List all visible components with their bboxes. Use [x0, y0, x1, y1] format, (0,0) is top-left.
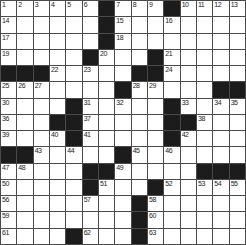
clue-number: 8 — [133, 1, 136, 8]
cell-r14c7[interactable] — [99, 212, 114, 227]
cell-r3c15[interactable] — [230, 34, 245, 49]
cell-r2c3[interactable] — [34, 17, 49, 32]
cell-r3c6[interactable] — [83, 34, 98, 49]
clue-number: 13 — [231, 1, 238, 8]
cell-r15c1[interactable]: 61 — [1, 229, 16, 244]
cell-r14c13[interactable] — [197, 212, 212, 227]
block-r10c8 — [115, 147, 130, 162]
cell-r9c10[interactable] — [148, 131, 163, 146]
cell-r9c1[interactable]: 39 — [1, 131, 16, 146]
cell-r9c15[interactable] — [230, 131, 245, 146]
block-r13c9 — [132, 196, 147, 211]
clue-number: 23 — [84, 66, 91, 73]
cell-r8c14[interactable] — [213, 115, 228, 130]
cell-r12c13[interactable]: 53 — [197, 180, 212, 195]
cell-r11c11[interactable] — [164, 164, 179, 179]
cell-r14c3[interactable] — [34, 212, 49, 227]
cell-r2c11[interactable]: 16 — [164, 17, 179, 32]
cell-r14c15[interactable] — [230, 212, 245, 227]
block-r8c4 — [50, 115, 65, 130]
clue-number: 10 — [182, 1, 189, 8]
clue-number: 12 — [214, 1, 221, 8]
cell-r10c6[interactable] — [83, 147, 98, 162]
cell-r5c6[interactable]: 23 — [83, 66, 98, 81]
cell-r1c12[interactable]: 10 — [181, 1, 196, 16]
clue-number: 50 — [2, 180, 9, 187]
cell-r6c10[interactable]: 29 — [148, 82, 163, 97]
cell-r9c2[interactable] — [17, 131, 32, 146]
block-r4c10 — [148, 50, 163, 65]
cell-r10c3[interactable]: 43 — [34, 147, 49, 162]
clue-number: 15 — [116, 17, 123, 24]
cell-r11c4[interactable] — [50, 164, 65, 179]
cell-r1c1[interactable]: 1 — [1, 1, 16, 16]
cell-r8c2[interactable] — [17, 115, 32, 130]
block-r12c10 — [148, 180, 163, 195]
cell-r12c3[interactable] — [34, 180, 49, 195]
cell-r3c13[interactable] — [197, 34, 212, 49]
cell-r10c13[interactable] — [197, 147, 212, 162]
block-r14c9 — [132, 212, 147, 227]
block-r8c5 — [66, 115, 81, 130]
clue-number: 20 — [100, 50, 107, 57]
clue-number: 58 — [149, 196, 156, 203]
cell-r12c8[interactable] — [115, 180, 130, 195]
cell-r3c11[interactable] — [164, 34, 179, 49]
cell-r10c7[interactable] — [99, 147, 114, 162]
cell-r2c9[interactable] — [132, 17, 147, 32]
cell-r3c9[interactable] — [132, 34, 147, 49]
cell-r9c12[interactable]: 42 — [181, 131, 196, 146]
cell-r15c8[interactable] — [115, 229, 130, 244]
block-r10c1 — [1, 147, 16, 162]
cell-r13c10[interactable]: 58 — [148, 196, 163, 211]
cell-r4c5[interactable] — [66, 50, 81, 65]
cell-r12c14[interactable]: 54 — [213, 180, 228, 195]
block-r11c15 — [230, 164, 245, 179]
cell-r15c4[interactable] — [50, 229, 65, 244]
block-r11c6 — [83, 164, 98, 179]
cell-r1c6[interactable]: 6 — [83, 1, 98, 16]
clue-number: 40 — [51, 131, 58, 138]
cell-r2c10[interactable] — [148, 17, 163, 32]
clue-number: 52 — [165, 180, 172, 187]
block-r8c11 — [164, 115, 179, 130]
block-r10c2 — [17, 147, 32, 162]
cell-r3c12[interactable] — [181, 34, 196, 49]
block-r11c13 — [197, 164, 212, 179]
cell-r11c3[interactable] — [34, 164, 49, 179]
cell-r13c14[interactable] — [213, 196, 228, 211]
cell-r10c12[interactable] — [181, 147, 196, 162]
cell-r5c13[interactable] — [197, 66, 212, 81]
cell-r5c11[interactable]: 24 — [164, 66, 179, 81]
cell-r12c15[interactable]: 55 — [230, 180, 245, 195]
clue-number: 5 — [67, 1, 70, 8]
clue-number: 45 — [133, 147, 140, 154]
cell-r9c4[interactable]: 40 — [50, 131, 65, 146]
clue-number: 27 — [35, 82, 42, 89]
cell-r1c4[interactable]: 4 — [50, 1, 65, 16]
cell-r2c4[interactable] — [50, 17, 65, 32]
cell-r11c2[interactable]: 48 — [17, 164, 32, 179]
clue-number: 6 — [84, 1, 87, 8]
clue-number: 48 — [18, 164, 25, 171]
cell-r1c13[interactable]: 11 — [197, 1, 212, 16]
clue-number: 33 — [182, 99, 189, 106]
clue-number: 1 — [2, 1, 5, 8]
cell-r1c10[interactable]: 9 — [148, 1, 163, 16]
clue-number: 29 — [149, 82, 156, 89]
cell-r8c6[interactable]: 37 — [83, 115, 98, 130]
cell-r7c10[interactable] — [148, 99, 163, 114]
cell-r2c14[interactable] — [213, 17, 228, 32]
cell-r3c4[interactable] — [50, 34, 65, 49]
block-r5c9 — [132, 66, 147, 81]
cell-r12c1[interactable]: 50 — [1, 180, 16, 195]
cell-r11c5[interactable] — [66, 164, 81, 179]
cell-r8c15[interactable] — [230, 115, 245, 130]
cell-r7c14[interactable]: 34 — [213, 99, 228, 114]
cell-r7c6[interactable]: 31 — [83, 99, 98, 114]
cell-r15c6[interactable]: 62 — [83, 229, 98, 244]
clue-number: 47 — [2, 164, 9, 171]
cell-r5c4[interactable]: 22 — [50, 66, 65, 81]
cell-r8c10[interactable] — [148, 115, 163, 130]
clue-number: 54 — [214, 180, 221, 187]
cell-r4c3[interactable] — [34, 50, 49, 65]
cell-r2c15[interactable] — [230, 17, 245, 32]
block-r2c7 — [99, 17, 114, 32]
cell-r4c2[interactable] — [17, 50, 32, 65]
cell-r15c11[interactable] — [164, 229, 179, 244]
clue-number: 22 — [51, 66, 58, 73]
cell-r2c8[interactable]: 15 — [115, 17, 130, 32]
clue-number: 3 — [35, 1, 38, 8]
cell-r8c8[interactable] — [115, 115, 130, 130]
clue-number: 60 — [149, 212, 156, 219]
block-r15c9 — [132, 229, 147, 244]
cell-r5c8[interactable] — [115, 66, 130, 81]
cell-r13c11[interactable] — [164, 196, 179, 211]
cell-r6c12[interactable] — [181, 82, 196, 97]
cell-r9c6[interactable]: 41 — [83, 131, 98, 146]
block-r6c14 — [213, 82, 228, 97]
cell-r6c7[interactable] — [99, 82, 114, 97]
cell-r10c9[interactable]: 45 — [132, 147, 147, 162]
block-r7c11 — [164, 99, 179, 114]
cell-r15c12[interactable] — [181, 229, 196, 244]
cell-r5c5[interactable] — [66, 66, 81, 81]
cell-r3c10[interactable] — [148, 34, 163, 49]
cell-r12c4[interactable] — [50, 180, 65, 195]
clue-number: 51 — [100, 180, 107, 187]
cell-r11c8[interactable]: 49 — [115, 164, 130, 179]
block-r9c11 — [164, 131, 179, 146]
clue-number: 56 — [2, 196, 9, 203]
cell-r10c11[interactable]: 46 — [164, 147, 179, 162]
cell-r2c5[interactable] — [66, 17, 81, 32]
cell-r3c5[interactable] — [66, 34, 81, 49]
cell-r8c1[interactable]: 36 — [1, 115, 16, 130]
cell-r9c14[interactable] — [213, 131, 228, 146]
cell-r2c1[interactable]: 14 — [1, 17, 16, 32]
cell-r2c13[interactable] — [197, 17, 212, 32]
cell-r12c9[interactable] — [132, 180, 147, 195]
clue-number: 4 — [51, 1, 54, 8]
cell-r1c8[interactable]: 7 — [115, 1, 130, 16]
clue-number: 14 — [2, 17, 9, 24]
cell-r7c3[interactable] — [34, 99, 49, 114]
cell-r14c12[interactable] — [181, 212, 196, 227]
clue-number: 38 — [198, 115, 205, 122]
cell-r6c9[interactable]: 28 — [132, 82, 147, 97]
clue-number: 49 — [116, 164, 123, 171]
block-r3c7 — [99, 34, 114, 49]
cell-r9c3[interactable] — [34, 131, 49, 146]
clue-number: 59 — [2, 212, 9, 219]
clue-number: 18 — [116, 34, 123, 41]
clue-number: 24 — [165, 66, 172, 73]
cell-r3c1[interactable]: 17 — [1, 34, 16, 49]
block-r5c3 — [34, 66, 49, 81]
cell-r4c7[interactable]: 20 — [99, 50, 114, 65]
clue-number: 53 — [198, 180, 205, 187]
cell-r15c3[interactable] — [34, 229, 49, 244]
cell-r4c12[interactable] — [181, 50, 196, 65]
cell-r8c13[interactable]: 38 — [197, 115, 212, 130]
cell-r14c8[interactable] — [115, 212, 130, 227]
cell-r4c8[interactable] — [115, 50, 130, 65]
cell-r10c14[interactable] — [213, 147, 228, 162]
clue-number: 42 — [182, 131, 189, 138]
clue-number: 39 — [2, 131, 9, 138]
clue-number: 25 — [2, 82, 9, 89]
clue-number: 21 — [165, 50, 172, 57]
clue-number: 11 — [198, 1, 204, 8]
cell-r6c13[interactable] — [197, 82, 212, 97]
clue-number: 37 — [84, 115, 91, 122]
clue-number: 7 — [116, 1, 119, 8]
block-r12c6 — [83, 180, 98, 195]
block-r5c10 — [148, 66, 163, 81]
clue-number: 62 — [84, 229, 91, 236]
block-r9c5 — [66, 131, 81, 146]
cell-r6c11[interactable] — [164, 82, 179, 97]
clue-number: 34 — [214, 99, 221, 106]
clue-number: 26 — [18, 82, 25, 89]
cell-r12c5[interactable] — [66, 180, 81, 195]
cell-r7c9[interactable] — [132, 99, 147, 114]
clue-number: 63 — [149, 229, 156, 236]
clue-number: 61 — [2, 229, 9, 236]
clue-number: 57 — [84, 196, 91, 203]
cell-r7c13[interactable] — [197, 99, 212, 114]
cell-r13c12[interactable] — [181, 196, 196, 211]
clue-number: 35 — [231, 99, 238, 106]
cell-r13c8[interactable] — [115, 196, 130, 211]
clue-number: 36 — [2, 115, 9, 122]
block-r1c11 — [164, 1, 179, 16]
cell-r1c3[interactable]: 3 — [34, 1, 49, 16]
cell-r3c14[interactable] — [213, 34, 228, 49]
cell-r4c13[interactable] — [197, 50, 212, 65]
clue-number: 2 — [18, 1, 21, 8]
cell-r15c15[interactable] — [230, 229, 245, 244]
cell-r4c15[interactable] — [230, 50, 245, 65]
cell-r1c9[interactable]: 8 — [132, 1, 147, 16]
clue-number: 43 — [35, 147, 42, 154]
clue-number: 41 — [84, 131, 91, 138]
cell-r15c14[interactable] — [213, 229, 228, 244]
cell-r15c13[interactable] — [197, 229, 212, 244]
block-r4c6 — [83, 50, 98, 65]
cell-r3c8[interactable]: 18 — [115, 34, 130, 49]
cell-r13c3[interactable] — [34, 196, 49, 211]
cell-r13c2[interactable] — [17, 196, 32, 211]
cell-r6c4[interactable] — [50, 82, 65, 97]
cell-r9c9[interactable] — [132, 131, 147, 146]
cell-r2c6[interactable] — [83, 17, 98, 32]
cell-r11c9[interactable] — [132, 164, 147, 179]
cell-r5c14[interactable] — [213, 66, 228, 81]
clue-number: 31 — [84, 99, 91, 106]
clue-number: 16 — [165, 17, 172, 24]
block-r11c7 — [99, 164, 114, 179]
clue-number: 9 — [149, 1, 152, 8]
block-r11c14 — [213, 164, 228, 179]
cell-r13c6[interactable]: 57 — [83, 196, 98, 211]
block-r1c7 — [99, 1, 114, 16]
clue-number: 19 — [2, 50, 9, 57]
cell-r3c3[interactable] — [34, 34, 49, 49]
cell-r13c4[interactable] — [50, 196, 65, 211]
cell-r1c14[interactable]: 12 — [213, 1, 228, 16]
cell-r11c1[interactable]: 47 — [1, 164, 16, 179]
cell-r10c5[interactable]: 44 — [66, 147, 81, 162]
cell-r6c2[interactable]: 26 — [17, 82, 32, 97]
block-r7c5 — [66, 99, 81, 114]
cell-r1c5[interactable]: 5 — [66, 1, 81, 16]
block-r6c8 — [115, 82, 130, 97]
cell-r5c12[interactable] — [181, 66, 196, 81]
cell-r7c4[interactable] — [50, 99, 65, 114]
cell-r12c2[interactable] — [17, 180, 32, 195]
cell-r10c10[interactable] — [148, 147, 163, 162]
cell-r14c11[interactable] — [164, 212, 179, 227]
block-r8c12 — [181, 115, 196, 130]
cell-r13c7[interactable] — [99, 196, 114, 211]
clue-number: 55 — [231, 180, 238, 187]
cell-r9c8[interactable] — [115, 131, 130, 146]
cell-r8c3[interactable] — [34, 115, 49, 130]
cell-r5c7[interactable] — [99, 66, 114, 81]
cell-r6c6[interactable] — [83, 82, 98, 97]
cell-r6c1[interactable]: 25 — [1, 82, 16, 97]
clue-number: 32 — [116, 99, 123, 106]
cell-r7c8[interactable]: 32 — [115, 99, 130, 114]
block-r15c5 — [66, 229, 81, 244]
cell-r10c4[interactable] — [50, 147, 65, 162]
cell-r6c5[interactable] — [66, 82, 81, 97]
clue-number: 44 — [67, 147, 74, 154]
cell-r4c1[interactable]: 19 — [1, 50, 16, 65]
block-r6c15 — [230, 82, 245, 97]
cell-r14c14[interactable] — [213, 212, 228, 227]
cell-r11c10[interactable] — [148, 164, 163, 179]
cell-r7c12[interactable]: 33 — [181, 99, 196, 114]
cell-r11c12[interactable] — [181, 164, 196, 179]
cell-r4c14[interactable] — [213, 50, 228, 65]
cell-r8c7[interactable] — [99, 115, 114, 130]
cell-r15c2[interactable] — [17, 229, 32, 244]
clue-number: 30 — [2, 99, 9, 106]
cell-r14c6[interactable] — [83, 212, 98, 227]
clue-number: 17 — [2, 34, 9, 41]
cell-r15c10[interactable]: 63 — [148, 229, 163, 244]
cell-r7c15[interactable]: 35 — [230, 99, 245, 114]
cell-r12c12[interactable] — [181, 180, 196, 195]
block-r5c1 — [1, 66, 16, 81]
cell-r7c2[interactable] — [17, 99, 32, 114]
cell-r12c11[interactable]: 52 — [164, 180, 179, 195]
clue-number: 46 — [165, 147, 172, 154]
cell-r13c15[interactable] — [230, 196, 245, 211]
cell-r2c2[interactable] — [17, 17, 32, 32]
cell-r4c4[interactable] — [50, 50, 65, 65]
cell-r4c9[interactable] — [132, 50, 147, 65]
cell-r13c1[interactable]: 56 — [1, 196, 16, 211]
cell-r12c7[interactable]: 51 — [99, 180, 114, 195]
cell-r6c3[interactable]: 27 — [34, 82, 49, 97]
cell-r14c1[interactable]: 59 — [1, 212, 16, 227]
cell-r7c1[interactable]: 30 — [1, 99, 16, 114]
clue-number: 28 — [133, 82, 140, 89]
cell-r13c5[interactable] — [66, 196, 81, 211]
cell-r14c4[interactable] — [50, 212, 65, 227]
cell-r15c7[interactable] — [99, 229, 114, 244]
cell-r10c15[interactable] — [230, 147, 245, 162]
block-r5c2 — [17, 66, 32, 81]
cell-r14c2[interactable] — [17, 212, 32, 227]
cell-r14c10[interactable]: 60 — [148, 212, 163, 227]
cell-r14c5[interactable] — [66, 212, 81, 227]
cell-r1c15[interactable]: 13 — [230, 1, 245, 16]
cell-r4c11[interactable]: 21 — [164, 50, 179, 65]
cell-r9c7[interactable] — [99, 131, 114, 146]
cell-r5c15[interactable] — [230, 66, 245, 81]
crossword-grid: 1234567891011121314151617181920212223242… — [0, 0, 246, 245]
cell-r1c2[interactable]: 2 — [17, 1, 32, 16]
cell-r13c13[interactable] — [197, 196, 212, 211]
cell-r7c7[interactable] — [99, 99, 114, 114]
cell-r2c12[interactable] — [181, 17, 196, 32]
cell-r3c2[interactable] — [17, 34, 32, 49]
cell-r9c13[interactable] — [197, 131, 212, 146]
cell-r8c9[interactable] — [132, 115, 147, 130]
